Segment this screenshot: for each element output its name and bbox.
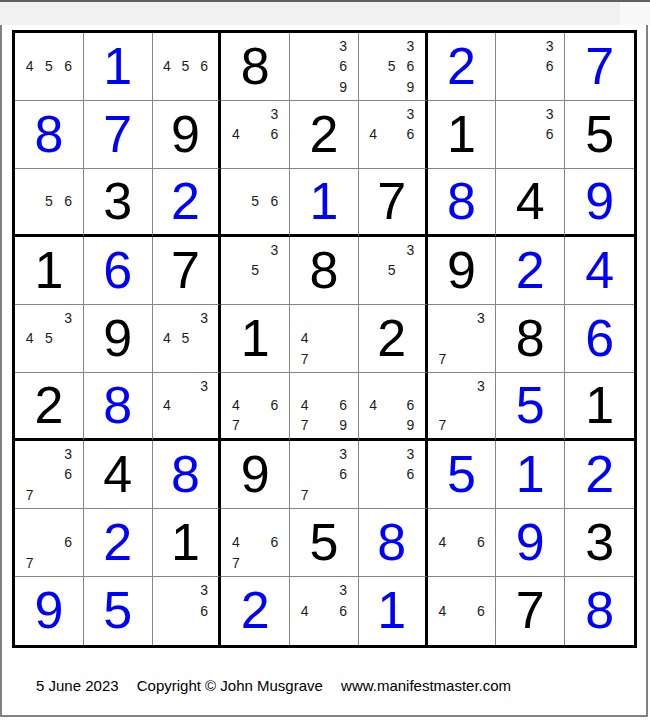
cell-r1c6[interactable]: 3569	[359, 33, 428, 101]
candidate-digit: 3	[334, 580, 353, 601]
candidate-digit: 6	[59, 464, 78, 484]
candidate-digit: 6	[401, 464, 420, 484]
candidate-digit: 6	[334, 464, 353, 484]
candidate-grid: 467	[226, 512, 284, 573]
cell-r3c7[interactable]: 8	[428, 169, 497, 237]
candidate-grid: 367	[295, 444, 353, 505]
entered-digit: 1	[103, 40, 132, 92]
candidate-digit: 4	[158, 328, 177, 348]
candidate-digit: 5	[39, 192, 58, 212]
candidate-digit: 4	[433, 601, 452, 622]
candidate-digit: 3	[195, 580, 214, 601]
entered-digit: 1	[310, 175, 339, 227]
candidate-grid: 46	[433, 580, 491, 642]
candidate-digit: 6	[540, 124, 559, 144]
cell-r4c9[interactable]: 4	[565, 237, 634, 305]
entered-digit: 7	[585, 40, 614, 92]
cell-r1c1[interactable]: 456	[15, 33, 84, 101]
given-digit: 8	[516, 312, 545, 364]
candidate-digit: 4	[364, 124, 383, 144]
entered-digit: 1	[516, 448, 545, 500]
candidate-digit: 7	[20, 485, 39, 505]
entered-digit: 5	[447, 448, 476, 500]
entered-digit: 6	[103, 244, 132, 296]
cell-r3c5[interactable]: 1	[290, 169, 359, 237]
candidate-digit: 4	[20, 56, 39, 76]
candidate-digit: 5	[382, 260, 401, 280]
candidate-digit: 5	[176, 56, 195, 76]
cell-r3c9[interactable]: 9	[565, 169, 634, 237]
cell-r4c6[interactable]: 35	[359, 237, 428, 305]
cell-r7c7[interactable]: 5	[428, 441, 497, 509]
candidate-digit: 3	[59, 308, 78, 328]
candidate-digit: 6	[59, 532, 78, 552]
given-digit: 9	[171, 108, 200, 160]
candidate-digit: 4	[364, 396, 383, 416]
cell-r5c5[interactable]: 47	[290, 305, 359, 373]
candidate-digit: 3	[401, 104, 420, 124]
candidate-grid: 36	[501, 104, 559, 165]
cell-r2c6[interactable]: 346	[359, 101, 428, 169]
cell-r1c4[interactable]: 8	[221, 33, 290, 101]
cell-r5c8[interactable]: 8	[496, 305, 565, 373]
candidate-digit: 3	[265, 240, 284, 260]
cell-r5c2[interactable]: 9	[84, 305, 153, 373]
given-digit: 2	[34, 379, 63, 431]
entered-digit: 9	[585, 175, 614, 227]
candidate-digit: 5	[246, 260, 265, 280]
cell-r6c2[interactable]: 8	[84, 373, 153, 441]
cell-r7c5[interactable]: 367	[290, 441, 359, 509]
entered-digit: 2	[585, 448, 614, 500]
candidate-digit: 6	[265, 396, 284, 416]
cell-r6c1[interactable]: 2	[15, 373, 84, 441]
candidate-digit: 5	[246, 192, 265, 212]
given-digit: 4	[103, 448, 132, 500]
entered-digit: 7	[103, 108, 132, 160]
sudoku-grid: 4561456836935692367879346234613655632561…	[12, 30, 637, 648]
candidate-digit: 4	[433, 532, 452, 552]
cell-r4c5[interactable]: 8	[290, 237, 359, 305]
candidate-digit: 4	[158, 56, 177, 76]
entered-digit: 2	[516, 244, 545, 296]
given-digit: 9	[447, 244, 476, 296]
candidate-digit: 7	[226, 553, 245, 573]
candidate-digit: 7	[295, 415, 314, 435]
cell-r2c2[interactable]: 7	[84, 101, 153, 169]
candidate-grid: 35	[364, 240, 420, 301]
given-digit: 7	[377, 175, 406, 227]
candidate-digit: 4	[158, 396, 177, 416]
candidate-digit: 3	[334, 36, 353, 56]
cell-r9c4[interactable]: 2	[221, 577, 290, 645]
cell-r3c2[interactable]: 3	[84, 169, 153, 237]
candidate-digit: 6	[265, 124, 284, 144]
cell-r2c9[interactable]: 5	[565, 101, 634, 169]
candidate-grid: 46	[433, 512, 491, 573]
entered-digit: 2	[171, 175, 200, 227]
cell-r6c9[interactable]: 1	[565, 373, 634, 441]
candidate-digit: 4	[295, 601, 314, 622]
entered-digit: 8	[103, 379, 132, 431]
candidate-digit: 4	[226, 124, 245, 144]
cell-r9c5[interactable]: 346	[290, 577, 359, 645]
cell-r3c3[interactable]: 2	[153, 169, 222, 237]
cell-r5c3[interactable]: 345	[153, 305, 222, 373]
cell-r7c6[interactable]: 36	[359, 441, 428, 509]
candidate-digit: 6	[401, 56, 420, 76]
candidate-digit: 6	[195, 601, 214, 622]
given-digit: 2	[377, 312, 406, 364]
candidate-digit: 7	[433, 349, 452, 369]
cell-r5c4[interactable]: 1	[221, 305, 290, 373]
candidate-grid: 67	[20, 512, 78, 573]
cell-r1c3[interactable]: 456	[153, 33, 222, 101]
cell-r2c1[interactable]: 8	[15, 101, 84, 169]
given-digit: 7	[516, 584, 545, 636]
candidate-digit: 6	[59, 192, 78, 212]
cell-r9c6[interactable]: 1	[359, 577, 428, 645]
candidate-digit: 5	[176, 328, 195, 348]
candidate-digit: 6	[59, 56, 78, 76]
candidate-digit: 4	[295, 396, 314, 416]
cell-r8c6[interactable]: 8	[359, 509, 428, 577]
cell-r6c8[interactable]: 5	[496, 373, 565, 441]
candidate-grid: 36	[501, 36, 559, 97]
entered-digit: 1	[377, 584, 406, 636]
entered-digit: 5	[516, 379, 545, 431]
footer-date: 5 June 2023	[36, 677, 119, 694]
candidate-grid: 346	[364, 104, 420, 165]
given-digit: 1	[585, 379, 614, 431]
candidate-grid: 37	[433, 376, 491, 435]
entered-digit: 8	[585, 584, 614, 636]
candidate-digit: 9	[334, 77, 353, 97]
candidate-grid: 467	[226, 376, 284, 435]
given-digit: 7	[171, 244, 200, 296]
cell-r6c6[interactable]: 469	[359, 373, 428, 441]
candidate-digit: 6	[265, 192, 284, 212]
cell-r3c1[interactable]: 56	[15, 169, 84, 237]
footer-url[interactable]: www.manifestmaster.com	[341, 677, 511, 694]
entered-digit: 9	[34, 584, 63, 636]
candidate-digit: 6	[334, 601, 353, 622]
cell-r9c8[interactable]: 7	[496, 577, 565, 645]
candidate-grid: 456	[20, 36, 78, 97]
top-scrollbar[interactable]	[0, 0, 650, 25]
given-digit: 5	[585, 108, 614, 160]
candidate-grid: 367	[20, 444, 78, 505]
cell-r8c3[interactable]: 1	[153, 509, 222, 577]
candidate-digit: 6	[401, 396, 420, 416]
candidate-digit: 6	[265, 532, 284, 552]
cell-r1c8[interactable]: 36	[496, 33, 565, 101]
cell-r7c9[interactable]: 2	[565, 441, 634, 509]
cell-r4c4[interactable]: 35	[221, 237, 290, 305]
candidate-grid: 3569	[364, 36, 420, 97]
candidate-digit: 3	[401, 444, 420, 464]
candidate-digit: 9	[401, 415, 420, 435]
candidate-grid: 469	[364, 376, 420, 435]
cell-r4c3[interactable]: 7	[153, 237, 222, 305]
candidate-grid: 47	[295, 308, 353, 369]
candidate-digit: 4	[226, 396, 245, 416]
cell-r9c7[interactable]: 46	[428, 577, 497, 645]
candidate-grid: 345	[158, 308, 214, 369]
cell-r8c1[interactable]: 67	[15, 509, 84, 577]
cell-r1c7[interactable]: 2	[428, 33, 497, 101]
cell-r4c2[interactable]: 6	[84, 237, 153, 305]
candidate-digit: 5	[39, 56, 58, 76]
candidate-digit: 6	[471, 532, 490, 552]
cell-r8c7[interactable]: 46	[428, 509, 497, 577]
cell-r3c8[interactable]: 4	[496, 169, 565, 237]
candidate-digit: 9	[401, 77, 420, 97]
given-digit: 9	[241, 448, 270, 500]
candidate-grid: 4679	[295, 376, 353, 435]
candidate-grid: 36	[158, 580, 214, 642]
candidate-digit: 7	[20, 553, 39, 573]
candidate-digit: 9	[334, 415, 353, 435]
cell-r2c4[interactable]: 346	[221, 101, 290, 169]
candidate-digit: 6	[471, 601, 490, 622]
cell-r8c2[interactable]: 2	[84, 509, 153, 577]
candidate-digit: 7	[295, 485, 314, 505]
cell-r7c4[interactable]: 9	[221, 441, 290, 509]
candidate-grid: 36	[364, 444, 420, 505]
given-digit: 8	[241, 40, 270, 92]
entered-digit: 5	[103, 584, 132, 636]
cell-r8c5[interactable]: 5	[290, 509, 359, 577]
candidate-digit: 5	[39, 328, 58, 348]
candidate-grid: 37	[433, 308, 491, 369]
candidate-digit: 7	[433, 415, 452, 435]
cell-r6c4[interactable]: 467	[221, 373, 290, 441]
given-digit: 8	[310, 244, 339, 296]
given-digit: 3	[585, 516, 614, 568]
candidate-digit: 7	[226, 415, 245, 435]
given-digit: 3	[103, 175, 132, 227]
candidate-digit: 6	[195, 56, 214, 76]
cell-r1c2[interactable]: 1	[84, 33, 153, 101]
cell-r6c5[interactable]: 4679	[290, 373, 359, 441]
entered-digit: 8	[171, 448, 200, 500]
cell-r7c2[interactable]: 4	[84, 441, 153, 509]
cell-r9c2[interactable]: 5	[84, 577, 153, 645]
entered-digit: 4	[585, 244, 614, 296]
candidate-grid: 34	[158, 376, 214, 435]
cell-r5c9[interactable]: 6	[565, 305, 634, 373]
cell-r2c7[interactable]: 1	[428, 101, 497, 169]
entered-digit: 8	[377, 516, 406, 568]
cell-r2c5[interactable]: 2	[290, 101, 359, 169]
given-digit: 1	[241, 312, 270, 364]
cell-r9c9[interactable]: 8	[565, 577, 634, 645]
entered-digit: 6	[585, 312, 614, 364]
candidate-digit: 3	[401, 240, 420, 260]
cell-r7c8[interactable]: 1	[496, 441, 565, 509]
given-digit: 9	[103, 312, 132, 364]
entered-digit: 8	[34, 108, 63, 160]
cell-r2c8[interactable]: 36	[496, 101, 565, 169]
entered-digit: 8	[447, 175, 476, 227]
cell-r4c1[interactable]: 1	[15, 237, 84, 305]
candidate-digit: 3	[540, 36, 559, 56]
candidate-digit: 3	[195, 308, 214, 328]
cell-r1c9[interactable]: 7	[565, 33, 634, 101]
candidate-digit: 6	[540, 56, 559, 76]
candidate-digit: 4	[295, 328, 314, 348]
candidate-digit: 6	[334, 396, 353, 416]
cell-r1c5[interactable]: 369	[290, 33, 359, 101]
candidate-grid: 369	[295, 36, 353, 97]
candidate-grid: 346	[226, 104, 284, 165]
cell-r5c6[interactable]: 2	[359, 305, 428, 373]
candidate-grid: 346	[295, 580, 353, 642]
cell-r8c4[interactable]: 467	[221, 509, 290, 577]
candidate-grid: 56	[226, 172, 284, 231]
candidate-grid: 345	[20, 308, 78, 369]
candidate-digit: 4	[20, 328, 39, 348]
cell-r6c7[interactable]: 37	[428, 373, 497, 441]
candidate-digit: 7	[295, 349, 314, 369]
candidate-digit: 3	[265, 104, 284, 124]
entered-digit: 2	[447, 40, 476, 92]
given-digit: 5	[310, 516, 339, 568]
cell-r3c6[interactable]: 7	[359, 169, 428, 237]
candidate-digit: 3	[195, 376, 214, 396]
given-digit: 4	[516, 175, 545, 227]
cell-r8c9[interactable]: 3	[565, 509, 634, 577]
candidate-digit: 3	[59, 444, 78, 464]
footer: 5 June 2023 Copyright © John Musgrave ww…	[36, 677, 525, 694]
cell-r2c3[interactable]: 9	[153, 101, 222, 169]
cell-r9c1[interactable]: 9	[15, 577, 84, 645]
candidate-digit: 3	[401, 36, 420, 56]
candidate-digit: 6	[401, 124, 420, 144]
candidate-digit: 3	[334, 444, 353, 464]
given-digit: 2	[310, 108, 339, 160]
candidate-grid: 56	[20, 172, 78, 231]
cell-r9c3[interactable]: 36	[153, 577, 222, 645]
candidate-grid: 456	[158, 36, 214, 97]
candidate-digit: 3	[471, 308, 490, 328]
footer-copyright: Copyright © John Musgrave	[137, 677, 323, 694]
given-digit: 1	[447, 108, 476, 160]
candidate-digit: 5	[382, 56, 401, 76]
cell-r5c1[interactable]: 345	[15, 305, 84, 373]
cell-r8c8[interactable]: 9	[496, 509, 565, 577]
entered-digit: 2	[241, 584, 270, 636]
candidate-digit: 3	[540, 104, 559, 124]
given-digit: 1	[34, 244, 63, 296]
cell-r7c3[interactable]: 8	[153, 441, 222, 509]
cell-r3c4[interactable]: 56	[221, 169, 290, 237]
entered-digit: 9	[516, 516, 545, 568]
scrollbar-corner	[620, 2, 650, 25]
cell-r4c7[interactable]: 9	[428, 237, 497, 305]
entered-digit: 2	[103, 516, 132, 568]
candidate-grid: 35	[226, 240, 284, 301]
candidate-digit: 6	[334, 56, 353, 76]
given-digit: 1	[171, 516, 200, 568]
candidate-digit: 3	[471, 376, 490, 396]
cell-r7c1[interactable]: 367	[15, 441, 84, 509]
cell-r5c7[interactable]: 37	[428, 305, 497, 373]
cell-r6c3[interactable]: 34	[153, 373, 222, 441]
candidate-digit: 4	[226, 532, 245, 552]
cell-r4c8[interactable]: 2	[496, 237, 565, 305]
